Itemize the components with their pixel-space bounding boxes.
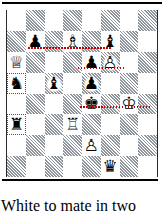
black-bishop-c5[interactable]: ♝ [46, 75, 61, 92]
top-rule [2, 2, 162, 4]
square-h4[interactable] [138, 94, 157, 115]
square-h7[interactable] [138, 31, 157, 52]
square-f4[interactable] [101, 94, 120, 115]
white-pawn-e2[interactable]: ♙ [84, 137, 99, 154]
square-e2[interactable]: ♙ [82, 135, 101, 156]
square-f6[interactable]: ♙ [101, 52, 120, 73]
square-f5[interactable] [101, 73, 120, 94]
square-e1[interactable] [82, 156, 101, 177]
square-e8[interactable] [82, 10, 101, 31]
square-g5[interactable] [120, 73, 139, 94]
square-b3[interactable] [26, 114, 45, 135]
white-king-g4[interactable]: ♔ [121, 95, 136, 112]
squiggle-1 [28, 47, 112, 49]
square-d5[interactable] [63, 73, 82, 94]
square-b6[interactable] [26, 52, 45, 73]
square-h6[interactable] [138, 52, 157, 73]
square-c3[interactable] [45, 114, 64, 135]
puzzle-caption: White to mate in two [1, 197, 163, 215]
square-d8[interactable] [63, 10, 82, 31]
square-d3[interactable]: ♖ [63, 114, 82, 135]
square-h3[interactable] [138, 114, 157, 135]
chess-diagram: ♟♗♝♕♟♙♞♝♟♚♔♜♖♙♛ White to mate in two [0, 0, 164, 220]
square-f1[interactable]: ♛ [101, 156, 120, 177]
squiggle-3 [80, 106, 150, 108]
square-d4[interactable] [63, 94, 82, 115]
square-c8[interactable] [45, 10, 64, 31]
square-g3[interactable] [120, 114, 139, 135]
square-f8[interactable] [101, 10, 120, 31]
square-d1[interactable] [63, 156, 82, 177]
square-a8[interactable] [7, 10, 26, 31]
square-c1[interactable] [45, 156, 64, 177]
square-f3[interactable] [101, 114, 120, 135]
square-b4[interactable] [26, 94, 45, 115]
square-a4[interactable] [7, 94, 26, 115]
square-a5[interactable]: ♞ [7, 73, 26, 94]
square-h2[interactable] [138, 135, 157, 156]
square-g1[interactable] [120, 156, 139, 177]
square-b1[interactable] [26, 156, 45, 177]
white-rook-d3[interactable]: ♖ [65, 116, 80, 133]
square-c2[interactable] [45, 135, 64, 156]
square-c4[interactable] [45, 94, 64, 115]
square-a7[interactable] [7, 31, 26, 52]
square-a6[interactable]: ♕ [7, 52, 26, 73]
white-queen-a6[interactable]: ♕ [9, 54, 24, 71]
square-g8[interactable] [120, 10, 139, 31]
square-b8[interactable] [26, 10, 45, 31]
squiggle-2 [78, 67, 125, 69]
square-g4[interactable]: ♔ [120, 94, 139, 115]
square-e5[interactable]: ♟ [82, 73, 101, 94]
black-knight-a5[interactable]: ♞ [7, 73, 26, 94]
square-a3[interactable]: ♜ [7, 114, 26, 135]
square-d6[interactable] [63, 52, 82, 73]
black-king-e4[interactable]: ♚ [84, 95, 99, 112]
chess-board: ♟♗♝♕♟♙♞♝♟♚♔♜♖♙♛ [6, 10, 158, 177]
black-rook-a3[interactable]: ♜ [7, 114, 26, 135]
square-f2[interactable] [101, 135, 120, 156]
square-h5[interactable] [138, 73, 157, 94]
square-a1[interactable] [7, 156, 26, 177]
square-e4[interactable]: ♚ [82, 94, 101, 115]
square-g7[interactable] [120, 31, 139, 52]
square-e6[interactable]: ♟ [82, 52, 101, 73]
square-b2[interactable] [26, 135, 45, 156]
square-c5[interactable]: ♝ [45, 73, 64, 94]
square-h1[interactable] [138, 156, 157, 177]
bottom-rule [2, 179, 158, 181]
square-e3[interactable] [82, 114, 101, 135]
square-h8[interactable] [138, 10, 157, 31]
square-a2[interactable] [7, 135, 26, 156]
black-pawn-e5[interactable]: ♟ [84, 75, 99, 92]
square-d2[interactable] [63, 135, 82, 156]
square-g6[interactable] [120, 52, 139, 73]
square-c6[interactable] [45, 52, 64, 73]
square-b5[interactable] [26, 73, 45, 94]
square-g2[interactable] [120, 135, 139, 156]
black-queen-f1[interactable]: ♛ [103, 158, 118, 175]
